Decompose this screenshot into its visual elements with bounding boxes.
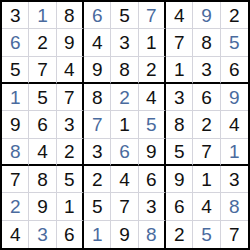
cell-r9c4[interactable]: 1 [84, 221, 111, 248]
cell-r2c7[interactable]: 7 [166, 29, 193, 56]
cell-r7c8[interactable]: 1 [193, 166, 220, 193]
cell-r2c2[interactable]: 2 [29, 29, 56, 56]
cell-r3c5[interactable]: 8 [111, 57, 138, 84]
cell-r6c7[interactable]: 5 [166, 139, 193, 166]
cell-r8c1[interactable]: 2 [2, 193, 29, 220]
cell-r3c2[interactable]: 7 [29, 57, 56, 84]
cell-r8c8[interactable]: 4 [193, 193, 220, 220]
cell-r5c8[interactable]: 2 [193, 111, 220, 138]
cell-r1c1[interactable]: 3 [2, 2, 29, 29]
cell-r4c3[interactable]: 7 [57, 84, 84, 111]
cell-r4c9[interactable]: 9 [221, 84, 248, 111]
cell-r3c1[interactable]: 5 [2, 57, 29, 84]
cell-r6c4[interactable]: 3 [84, 139, 111, 166]
cell-r2c4[interactable]: 4 [84, 29, 111, 56]
cell-r3c7[interactable]: 1 [166, 57, 193, 84]
cell-r2c5[interactable]: 3 [111, 29, 138, 56]
cell-r3c6[interactable]: 2 [139, 57, 166, 84]
cell-r8c3[interactable]: 1 [57, 193, 84, 220]
cell-r4c7[interactable]: 3 [166, 84, 193, 111]
cell-r2c1[interactable]: 6 [2, 29, 29, 56]
cell-r8c6[interactable]: 3 [139, 193, 166, 220]
cell-r9c7[interactable]: 2 [166, 221, 193, 248]
cell-r4c5[interactable]: 2 [111, 84, 138, 111]
cell-r4c2[interactable]: 5 [29, 84, 56, 111]
cell-r3c8[interactable]: 3 [193, 57, 220, 84]
cell-r6c9[interactable]: 1 [221, 139, 248, 166]
cell-r9c3[interactable]: 6 [57, 221, 84, 248]
cell-r5c3[interactable]: 3 [57, 111, 84, 138]
cell-r5c7[interactable]: 8 [166, 111, 193, 138]
cell-r2c3[interactable]: 9 [57, 29, 84, 56]
cell-r7c5[interactable]: 4 [111, 166, 138, 193]
cell-r6c2[interactable]: 4 [29, 139, 56, 166]
cell-r7c6[interactable]: 6 [139, 166, 166, 193]
cell-r9c9[interactable]: 7 [221, 221, 248, 248]
cell-r1c6[interactable]: 7 [139, 2, 166, 29]
cell-r3c4[interactable]: 9 [84, 57, 111, 84]
cell-r3c9[interactable]: 6 [221, 57, 248, 84]
cell-r7c9[interactable]: 3 [221, 166, 248, 193]
cell-r2c9[interactable]: 5 [221, 29, 248, 56]
cell-r1c3[interactable]: 8 [57, 2, 84, 29]
cell-r1c2[interactable]: 1 [29, 2, 56, 29]
cell-r2c8[interactable]: 8 [193, 29, 220, 56]
cell-r6c6[interactable]: 9 [139, 139, 166, 166]
cell-r2c6[interactable]: 1 [139, 29, 166, 56]
cell-r9c5[interactable]: 9 [111, 221, 138, 248]
cell-r6c1[interactable]: 8 [2, 139, 29, 166]
cell-r9c2[interactable]: 3 [29, 221, 56, 248]
cell-r8c7[interactable]: 6 [166, 193, 193, 220]
sudoku-board: 3186574926294317855749821361578243699637… [0, 0, 250, 250]
cell-r5c5[interactable]: 1 [111, 111, 138, 138]
cell-r4c8[interactable]: 6 [193, 84, 220, 111]
cell-r5c2[interactable]: 6 [29, 111, 56, 138]
cell-r8c5[interactable]: 7 [111, 193, 138, 220]
cell-r6c8[interactable]: 7 [193, 139, 220, 166]
cell-r6c3[interactable]: 2 [57, 139, 84, 166]
cell-r8c9[interactable]: 8 [221, 193, 248, 220]
cell-r1c7[interactable]: 4 [166, 2, 193, 29]
cell-r7c3[interactable]: 5 [57, 166, 84, 193]
cell-r7c2[interactable]: 8 [29, 166, 56, 193]
cell-r1c9[interactable]: 2 [221, 2, 248, 29]
cell-r5c6[interactable]: 5 [139, 111, 166, 138]
cell-r8c2[interactable]: 9 [29, 193, 56, 220]
cell-r4c6[interactable]: 4 [139, 84, 166, 111]
cell-r1c8[interactable]: 9 [193, 2, 220, 29]
cell-r5c9[interactable]: 4 [221, 111, 248, 138]
cell-r4c1[interactable]: 1 [2, 84, 29, 111]
cell-r9c8[interactable]: 5 [193, 221, 220, 248]
cell-r7c1[interactable]: 7 [2, 166, 29, 193]
cell-r7c7[interactable]: 9 [166, 166, 193, 193]
cell-r5c4[interactable]: 7 [84, 111, 111, 138]
cell-r8c4[interactable]: 5 [84, 193, 111, 220]
cell-r1c5[interactable]: 5 [111, 2, 138, 29]
cell-r5c1[interactable]: 9 [2, 111, 29, 138]
cell-r9c1[interactable]: 4 [2, 221, 29, 248]
cell-r9c6[interactable]: 8 [139, 221, 166, 248]
cell-r6c5[interactable]: 6 [111, 139, 138, 166]
cell-r3c3[interactable]: 4 [57, 57, 84, 84]
cell-r7c4[interactable]: 2 [84, 166, 111, 193]
cell-r1c4[interactable]: 6 [84, 2, 111, 29]
cell-r4c4[interactable]: 8 [84, 84, 111, 111]
